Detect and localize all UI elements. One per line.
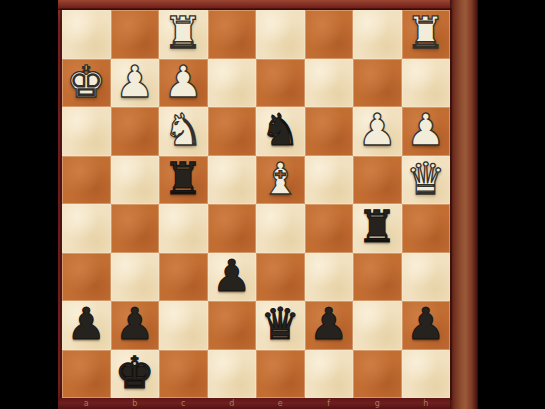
square-b2[interactable]: ♟: [111, 301, 160, 350]
black-pawn-b2: ♟: [115, 302, 154, 346]
square-f8[interactable]: [305, 10, 354, 59]
white-rook-h8: ♜: [406, 11, 445, 55]
square-f4[interactable]: [305, 204, 354, 253]
board-frame: ♜♜♚♟♟♞♞♟♟♜♝♛♜♟♟♟♛♟♟♚ abcdefgh: [58, 0, 478, 409]
square-e6[interactable]: ♞: [256, 107, 305, 156]
square-c5[interactable]: ♜: [159, 156, 208, 205]
white-queen-h5: ♛: [406, 157, 445, 201]
white-pawn-h6: ♟: [406, 108, 445, 152]
frame-top-edge: [58, 0, 450, 10]
white-rook-c8: ♜: [164, 11, 203, 55]
chess-board: ♜♜♚♟♟♞♞♟♟♜♝♛♜♟♟♟♛♟♟♚: [62, 10, 450, 398]
square-h8[interactable]: ♜: [402, 10, 451, 59]
black-pawn-f2: ♟: [309, 302, 348, 346]
black-rook-c5: ♜: [164, 157, 203, 201]
square-a6[interactable]: [62, 107, 111, 156]
file-label-h: h: [402, 399, 451, 409]
square-h2[interactable]: ♟: [402, 301, 451, 350]
square-f3[interactable]: [305, 253, 354, 302]
square-e4[interactable]: [256, 204, 305, 253]
square-h3[interactable]: [402, 253, 451, 302]
square-b8[interactable]: [111, 10, 160, 59]
square-c4[interactable]: [159, 204, 208, 253]
square-c7[interactable]: ♟: [159, 59, 208, 108]
file-label-c: c: [159, 399, 208, 409]
white-king-a7: ♚: [67, 60, 106, 104]
square-a4[interactable]: [62, 204, 111, 253]
left-black-bar: [0, 0, 58, 409]
square-g2[interactable]: [353, 301, 402, 350]
black-knight-e6: ♞: [261, 108, 300, 152]
white-knight-c6: ♞: [164, 108, 203, 152]
black-queen-e2: ♛: [261, 302, 300, 346]
square-e7[interactable]: [256, 59, 305, 108]
square-c8[interactable]: ♜: [159, 10, 208, 59]
square-a5[interactable]: [62, 156, 111, 205]
file-label-e: e: [256, 399, 305, 409]
black-pawn-h2: ♟: [406, 302, 445, 346]
square-b5[interactable]: [111, 156, 160, 205]
square-b7[interactable]: ♟: [111, 59, 160, 108]
square-e5[interactable]: ♝: [256, 156, 305, 205]
square-d4[interactable]: [208, 204, 257, 253]
square-h4[interactable]: [402, 204, 451, 253]
square-a7[interactable]: ♚: [62, 59, 111, 108]
square-h6[interactable]: ♟: [402, 107, 451, 156]
square-h7[interactable]: [402, 59, 451, 108]
white-bishop-e5: ♝: [261, 157, 300, 201]
square-f5[interactable]: [305, 156, 354, 205]
black-pawn-d3: ♟: [212, 254, 251, 298]
square-g5[interactable]: [353, 156, 402, 205]
square-e3[interactable]: [256, 253, 305, 302]
square-b1[interactable]: ♚: [111, 350, 160, 399]
white-pawn-g6: ♟: [358, 108, 397, 152]
white-pawn-c7: ♟: [164, 60, 203, 104]
square-g1[interactable]: [353, 350, 402, 399]
square-d2[interactable]: [208, 301, 257, 350]
square-d5[interactable]: [208, 156, 257, 205]
frame-right-edge: [450, 0, 478, 409]
square-c6[interactable]: ♞: [159, 107, 208, 156]
black-pawn-a2: ♟: [67, 302, 106, 346]
square-h5[interactable]: ♛: [402, 156, 451, 205]
square-e2[interactable]: ♛: [256, 301, 305, 350]
square-f2[interactable]: ♟: [305, 301, 354, 350]
square-d7[interactable]: [208, 59, 257, 108]
file-label-d: d: [208, 399, 257, 409]
square-d1[interactable]: [208, 350, 257, 399]
square-g3[interactable]: [353, 253, 402, 302]
square-d3[interactable]: ♟: [208, 253, 257, 302]
file-label-a: a: [62, 399, 111, 409]
square-g7[interactable]: [353, 59, 402, 108]
square-d6[interactable]: [208, 107, 257, 156]
square-g8[interactable]: [353, 10, 402, 59]
square-b3[interactable]: [111, 253, 160, 302]
video-frame: ♜♜♚♟♟♞♞♟♟♜♝♛♜♟♟♟♛♟♟♚ abcdefgh: [0, 0, 545, 409]
white-pawn-b7: ♟: [115, 60, 154, 104]
square-b4[interactable]: [111, 204, 160, 253]
square-g6[interactable]: ♟: [353, 107, 402, 156]
frame-bottom-edge: abcdefgh: [58, 398, 450, 409]
file-label-g: g: [353, 399, 402, 409]
square-a3[interactable]: [62, 253, 111, 302]
square-c1[interactable]: [159, 350, 208, 399]
square-b6[interactable]: [111, 107, 160, 156]
file-labels: abcdefgh: [62, 399, 450, 409]
file-label-f: f: [305, 399, 354, 409]
square-e1[interactable]: [256, 350, 305, 399]
black-king-b1: ♚: [115, 351, 154, 395]
square-g4[interactable]: ♜: [353, 204, 402, 253]
square-a2[interactable]: ♟: [62, 301, 111, 350]
square-e8[interactable]: [256, 10, 305, 59]
black-rook-g4: ♜: [358, 205, 397, 249]
file-label-b: b: [111, 399, 160, 409]
square-f7[interactable]: [305, 59, 354, 108]
square-h1[interactable]: [402, 350, 451, 399]
square-f6[interactable]: [305, 107, 354, 156]
square-c2[interactable]: [159, 301, 208, 350]
square-a8[interactable]: [62, 10, 111, 59]
square-a1[interactable]: [62, 350, 111, 399]
square-c3[interactable]: [159, 253, 208, 302]
right-black-bar: [478, 0, 545, 409]
square-d8[interactable]: [208, 10, 257, 59]
square-f1[interactable]: [305, 350, 354, 399]
